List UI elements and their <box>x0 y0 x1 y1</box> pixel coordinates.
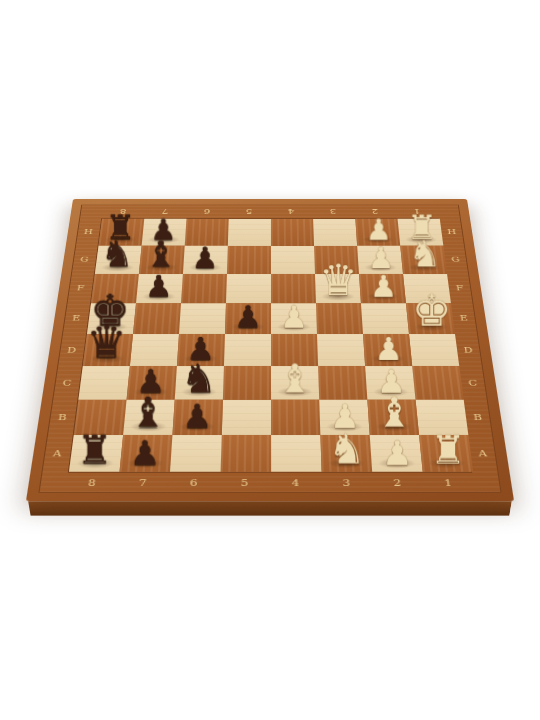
square-c5 <box>223 366 271 400</box>
coord-label-right: D <box>454 334 483 366</box>
square-e1: ♚ <box>406 303 455 334</box>
square-h6 <box>185 219 229 246</box>
square-d3 <box>317 334 365 366</box>
square-b1 <box>416 400 469 435</box>
square-d1 <box>409 334 459 366</box>
coord-label-bottom: 8 <box>65 473 118 493</box>
piece-shadow <box>104 236 137 244</box>
square-b3: ♟ <box>319 400 370 435</box>
square-h1: ♜ <box>398 219 444 246</box>
square-d4 <box>271 334 318 366</box>
square-c2: ♟ <box>365 366 415 400</box>
piece-shadow <box>145 263 178 271</box>
coord-label-bottom: 3 <box>321 473 373 493</box>
square-h8: ♜ <box>99 219 145 246</box>
coord-label-bottom: 2 <box>371 473 424 493</box>
black-bishop-b7: ♝ <box>130 393 166 434</box>
black-pawn-d6: ♟ <box>186 333 214 365</box>
coord-label-top: 5 <box>228 205 270 219</box>
square-b5 <box>222 400 271 435</box>
square-e2 <box>361 303 409 334</box>
piece-shadow <box>378 458 416 469</box>
piece-shadow <box>328 458 366 469</box>
black-pawn-f7: ♟ <box>145 272 172 302</box>
square-g1: ♞ <box>400 246 447 274</box>
square-d7 <box>130 334 179 366</box>
coord-label-bottom: 4 <box>270 473 321 493</box>
piece-shadow <box>428 458 466 469</box>
square-a4 <box>271 435 322 472</box>
square-d8: ♛ <box>83 334 133 366</box>
piece-shadow <box>366 292 400 300</box>
square-f2: ♟ <box>359 274 406 303</box>
piece-shadow <box>405 236 438 244</box>
white-pawn-d2: ♟ <box>374 333 402 365</box>
square-a5 <box>221 435 272 472</box>
coord-label-right: A <box>467 435 498 472</box>
piece-shadow <box>93 323 128 332</box>
square-g5 <box>227 246 271 274</box>
white-rook-a1: ♜ <box>430 431 465 471</box>
square-d2: ♟ <box>363 334 412 366</box>
coord-label-right: E <box>450 303 478 334</box>
board-tilt: 87654321 87654321 HGFEDCBA HGFEDCBA ♜♟♟♜… <box>26 199 514 501</box>
square-f8 <box>91 274 139 303</box>
square-f7: ♟ <box>136 274 183 303</box>
coord-label-bottom: 7 <box>116 473 169 493</box>
coord-label-top: 2 <box>353 205 396 219</box>
square-e4: ♟ <box>271 303 317 334</box>
piece-shadow <box>277 387 313 397</box>
square-a1: ♜ <box>419 435 473 472</box>
square-e8: ♚ <box>87 303 136 334</box>
square-c6: ♞ <box>175 366 224 400</box>
square-b6: ♟ <box>172 400 222 435</box>
white-bishop-b2: ♝ <box>376 393 412 434</box>
piece-shadow <box>189 263 222 271</box>
piece-shadow <box>89 354 125 363</box>
piece-shadow <box>126 458 164 469</box>
labels-top: 87654321 <box>101 205 439 219</box>
square-a8: ♜ <box>69 435 123 472</box>
coord-label-top: 6 <box>186 205 229 219</box>
square-g8: ♞ <box>95 246 142 274</box>
piece-shadow <box>101 263 134 271</box>
piece-shadow <box>414 323 449 332</box>
board-bevel: 87654321 87654321 HGFEDCBA HGFEDCBA ♜♟♟♜… <box>26 199 514 501</box>
square-h7: ♟ <box>142 219 187 246</box>
square-f6 <box>181 274 227 303</box>
coord-label-bottom: 5 <box>219 473 270 493</box>
square-h3 <box>313 219 357 246</box>
square-g4 <box>271 246 315 274</box>
piece-shadow <box>183 354 218 363</box>
piece-shadow <box>130 422 167 432</box>
square-g7: ♝ <box>139 246 185 274</box>
square-g3 <box>314 246 359 274</box>
black-rook-a8: ♜ <box>77 431 112 471</box>
piece-shadow <box>277 323 311 332</box>
piece-shadow <box>179 422 216 432</box>
square-c7: ♟ <box>127 366 177 400</box>
square-f5 <box>226 274 271 303</box>
coord-label-top: 8 <box>101 205 145 219</box>
coord-label-top: 7 <box>143 205 186 219</box>
square-h4 <box>271 219 314 246</box>
square-e6 <box>179 303 226 334</box>
piece-shadow <box>231 323 265 332</box>
square-c1 <box>412 366 463 400</box>
piece-shadow <box>362 236 394 244</box>
square-a7: ♟ <box>119 435 172 472</box>
piece-shadow <box>373 387 409 397</box>
piece-shadow <box>181 387 217 397</box>
board-frame: 87654321 87654321 HGFEDCBA HGFEDCBA ♜♟♟♜… <box>38 205 501 493</box>
piece-shadow <box>408 263 441 271</box>
labels-bottom: 87654321 <box>65 473 475 493</box>
square-g6: ♟ <box>183 246 228 274</box>
board-grid: ♜♟♟♜♞♝♟♟♞♟♛♟♚♟♟♚♛♟♟♟♞♝♟♝♟♟♝♜♟♞♟♜ <box>68 218 472 472</box>
coord-label-bottom: 6 <box>168 473 220 493</box>
square-d5 <box>224 334 271 366</box>
square-c3 <box>318 366 367 400</box>
square-b7: ♝ <box>123 400 175 435</box>
board-perspective-wrapper: 87654321 87654321 HGFEDCBA HGFEDCBA ♜♟♟♜… <box>52 115 488 553</box>
coord-label-top: 4 <box>270 205 312 219</box>
coord-label-top: 1 <box>395 205 439 219</box>
piece-shadow <box>147 236 179 244</box>
coord-label-bottom: 1 <box>422 473 475 493</box>
piece-shadow <box>375 422 412 432</box>
piece-shadow <box>133 387 169 397</box>
square-d6: ♟ <box>177 334 225 366</box>
white-pawn-f2: ♟ <box>370 272 397 302</box>
piece-shadow <box>142 292 176 300</box>
piece-shadow <box>326 422 363 432</box>
coord-label-top: 3 <box>312 205 355 219</box>
piece-shadow <box>364 263 397 271</box>
photo-background: 87654321 87654321 HGFEDCBA HGFEDCBA ♜♟♟♜… <box>0 115 540 720</box>
square-e3 <box>316 303 363 334</box>
square-f1 <box>403 274 451 303</box>
square-c4: ♝ <box>271 366 319 400</box>
square-a3: ♞ <box>320 435 372 472</box>
board-front-edge <box>28 501 512 516</box>
square-b8 <box>74 400 127 435</box>
piece-shadow <box>321 292 355 300</box>
square-e5: ♟ <box>225 303 271 334</box>
square-f3: ♛ <box>315 274 361 303</box>
square-h2: ♟ <box>355 219 400 246</box>
square-b2: ♝ <box>367 400 419 435</box>
piece-shadow <box>76 458 114 469</box>
square-b4 <box>271 400 320 435</box>
square-f4 <box>271 274 316 303</box>
square-e7 <box>133 303 181 334</box>
square-c8 <box>78 366 129 400</box>
square-a6 <box>170 435 222 472</box>
piece-shadow <box>370 354 405 363</box>
square-a2: ♟ <box>370 435 423 472</box>
square-h5 <box>228 219 271 246</box>
square-g2: ♟ <box>357 246 403 274</box>
